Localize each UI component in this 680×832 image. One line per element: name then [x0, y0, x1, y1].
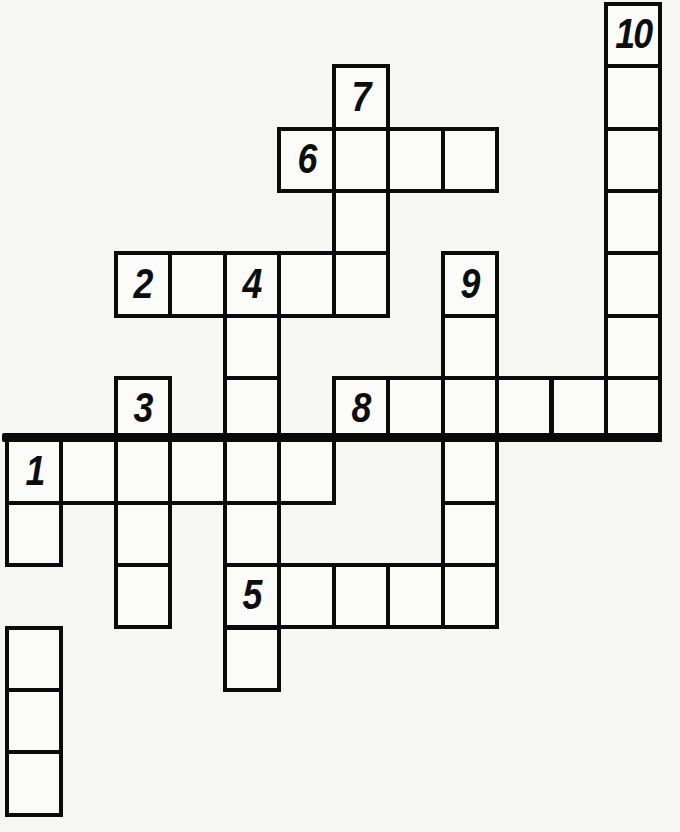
crossword-cell-r9c2[interactable]: [114, 563, 172, 629]
crossword-cell-r7c1[interactable]: [59, 438, 117, 504]
crossword-cell-r2c5[interactable]: 6: [277, 127, 335, 193]
crossword-cell-r3c11[interactable]: [604, 189, 662, 255]
crossword-cell-r7c3[interactable]: [168, 438, 226, 504]
crossword-cell-r8c8[interactable]: [441, 501, 499, 567]
crossword-cell-r2c6[interactable]: [332, 127, 390, 193]
crossword-cell-r8c2[interactable]: [114, 501, 172, 567]
clue-number: 3: [134, 387, 152, 431]
clue-number: 6: [297, 138, 315, 182]
crossword-cell-r4c3[interactable]: [168, 251, 226, 317]
crossword-cell-r2c7[interactable]: [386, 127, 444, 193]
crossword-cell-r4c6[interactable]: [332, 251, 390, 317]
crossword-cell-r0c11[interactable]: 10: [604, 2, 662, 68]
crossword-cell-r4c11[interactable]: [604, 251, 662, 317]
crossword-cell-r7c5[interactable]: [277, 438, 335, 504]
clue-number: 4: [243, 263, 261, 307]
crossword-cell-r4c8[interactable]: 9: [441, 251, 499, 317]
crossword-cell-r4c2[interactable]: 2: [114, 251, 172, 317]
crossword-cell-r11c0[interactable]: [5, 688, 63, 754]
clue-number: 9: [461, 263, 479, 307]
crossword-cell-r10c0[interactable]: [5, 626, 63, 692]
clue-number: 7: [352, 76, 370, 120]
clue-number: 1: [25, 450, 43, 494]
crossword-cell-r9c6[interactable]: [332, 563, 390, 629]
clue-number: 2: [134, 263, 152, 307]
crossword-cell-r1c6[interactable]: 7: [332, 64, 390, 130]
clue-number: 10: [615, 13, 651, 57]
crossword-cell-r7c4[interactable]: [223, 438, 281, 504]
crossword-cell-r5c8[interactable]: [441, 314, 499, 380]
clue-number: 5: [243, 574, 261, 618]
crossword-cell-r10c4[interactable]: [223, 626, 281, 692]
crossword-cell-r7c0[interactable]: 1: [5, 438, 63, 504]
crossword-cell-r7c8[interactable]: [441, 438, 499, 504]
crossword-cell-r3c6[interactable]: [332, 189, 390, 255]
crossword-cell-r5c11[interactable]: [604, 314, 662, 380]
crossword-cell-r12c0[interactable]: [5, 750, 63, 816]
crossword-cell-r2c8[interactable]: [441, 127, 499, 193]
crossword-cell-r9c7[interactable]: [386, 563, 444, 629]
crossword-cell-r2c11[interactable]: [604, 127, 662, 193]
crossword-cell-r1c11[interactable]: [604, 64, 662, 130]
board-divider-line: [2, 433, 660, 442]
crossword-cell-r9c8[interactable]: [441, 563, 499, 629]
crossword-cell-r9c5[interactable]: [277, 563, 335, 629]
crossword-cell-r8c4[interactable]: [223, 501, 281, 567]
crossword-cell-r7c2[interactable]: [114, 438, 172, 504]
clue-number: 8: [352, 387, 370, 431]
crossword-board: 10762493815: [0, 0, 680, 832]
crossword-cell-r4c5[interactable]: [277, 251, 335, 317]
crossword-cell-r5c4[interactable]: [223, 314, 281, 380]
crossword-cell-r9c4[interactable]: 5: [223, 563, 281, 629]
crossword-cell-r8c0[interactable]: [5, 501, 63, 567]
crossword-cell-r4c4[interactable]: 4: [223, 251, 281, 317]
